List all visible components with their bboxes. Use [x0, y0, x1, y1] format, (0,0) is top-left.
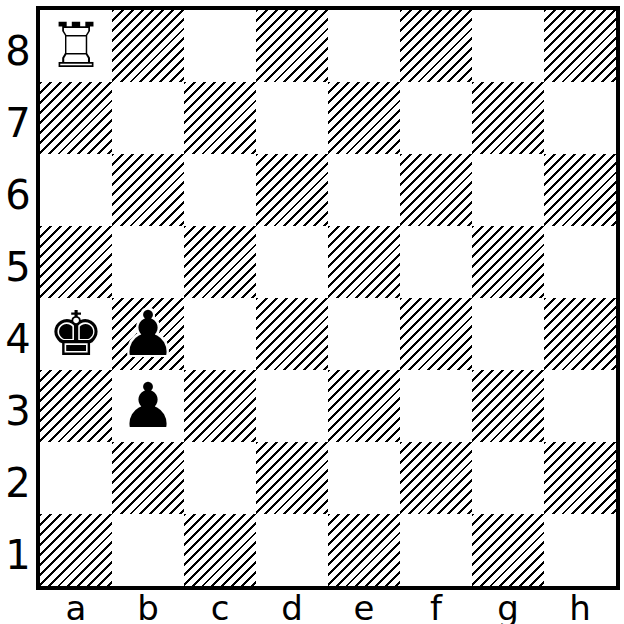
square-f1[interactable] — [400, 514, 472, 586]
square-g2[interactable] — [472, 442, 544, 514]
square-f8[interactable] — [400, 10, 472, 82]
rank-label-8: 8 — [0, 15, 36, 87]
square-a8[interactable]: ♖ — [40, 10, 112, 82]
square-a3[interactable] — [40, 370, 112, 442]
square-g8[interactable] — [472, 10, 544, 82]
square-d8[interactable] — [256, 10, 328, 82]
rank-label-6: 6 — [0, 159, 36, 231]
rank-label-3: 3 — [0, 375, 36, 447]
rank-labels: 87654321 — [0, 10, 36, 586]
square-c1[interactable] — [184, 514, 256, 586]
square-d6[interactable] — [256, 154, 328, 226]
square-d2[interactable] — [256, 442, 328, 514]
file-label-e: e — [328, 588, 400, 624]
white-rook-a8[interactable]: ♖ — [48, 10, 104, 82]
square-a4[interactable]: ♚ — [40, 298, 112, 370]
square-a6[interactable] — [40, 154, 112, 226]
square-c5[interactable] — [184, 226, 256, 298]
square-h8[interactable] — [544, 10, 616, 82]
square-g3[interactable] — [472, 370, 544, 442]
file-label-c: c — [184, 588, 256, 624]
square-g6[interactable] — [472, 154, 544, 226]
square-f7[interactable] — [400, 82, 472, 154]
file-label-f: f — [400, 588, 472, 624]
square-b7[interactable] — [112, 82, 184, 154]
square-c2[interactable] — [184, 442, 256, 514]
rank-label-4: 4 — [0, 303, 36, 375]
square-e2[interactable] — [328, 442, 400, 514]
board: ♖♚♟♟ — [36, 6, 620, 590]
square-e1[interactable] — [328, 514, 400, 586]
rank-label-5: 5 — [0, 231, 36, 303]
square-g1[interactable] — [472, 514, 544, 586]
square-b8[interactable] — [112, 10, 184, 82]
square-f4[interactable] — [400, 298, 472, 370]
square-f2[interactable] — [400, 442, 472, 514]
square-b4[interactable]: ♟ — [112, 298, 184, 370]
black-pawn-b3[interactable]: ♟ — [120, 370, 176, 442]
square-b6[interactable] — [112, 154, 184, 226]
square-h2[interactable] — [544, 442, 616, 514]
square-c3[interactable] — [184, 370, 256, 442]
square-h3[interactable] — [544, 370, 616, 442]
square-c4[interactable] — [184, 298, 256, 370]
square-b3[interactable]: ♟ — [112, 370, 184, 442]
square-d4[interactable] — [256, 298, 328, 370]
square-e5[interactable] — [328, 226, 400, 298]
square-f5[interactable] — [400, 226, 472, 298]
square-e8[interactable] — [328, 10, 400, 82]
square-h7[interactable] — [544, 82, 616, 154]
square-e7[interactable] — [328, 82, 400, 154]
square-h6[interactable] — [544, 154, 616, 226]
file-labels: abcdefgh — [40, 588, 616, 624]
square-b1[interactable] — [112, 514, 184, 586]
file-label-h: h — [544, 588, 616, 624]
square-d1[interactable] — [256, 514, 328, 586]
square-a1[interactable] — [40, 514, 112, 586]
square-d3[interactable] — [256, 370, 328, 442]
square-a7[interactable] — [40, 82, 112, 154]
square-g4[interactable] — [472, 298, 544, 370]
square-h1[interactable] — [544, 514, 616, 586]
square-h5[interactable] — [544, 226, 616, 298]
square-c8[interactable] — [184, 10, 256, 82]
square-e4[interactable] — [328, 298, 400, 370]
square-f3[interactable] — [400, 370, 472, 442]
rank-label-1: 1 — [0, 519, 36, 591]
chess-diagram: 87654321 ♖♚♟♟ abcdefgh — [0, 0, 624, 624]
file-label-b: b — [112, 588, 184, 624]
rank-label-7: 7 — [0, 87, 36, 159]
square-f6[interactable] — [400, 154, 472, 226]
square-e6[interactable] — [328, 154, 400, 226]
square-g7[interactable] — [472, 82, 544, 154]
black-pawn-b4[interactable]: ♟ — [120, 298, 176, 370]
square-d7[interactable] — [256, 82, 328, 154]
square-h4[interactable] — [544, 298, 616, 370]
square-b2[interactable] — [112, 442, 184, 514]
file-label-d: d — [256, 588, 328, 624]
square-b5[interactable] — [112, 226, 184, 298]
square-d5[interactable] — [256, 226, 328, 298]
square-e3[interactable] — [328, 370, 400, 442]
rank-label-2: 2 — [0, 447, 36, 519]
file-label-a: a — [40, 588, 112, 624]
square-c6[interactable] — [184, 154, 256, 226]
square-g5[interactable] — [472, 226, 544, 298]
black-king-a4[interactable]: ♚ — [48, 298, 104, 370]
square-a5[interactable] — [40, 226, 112, 298]
square-c7[interactable] — [184, 82, 256, 154]
square-a2[interactable] — [40, 442, 112, 514]
file-label-g: g — [472, 588, 544, 624]
